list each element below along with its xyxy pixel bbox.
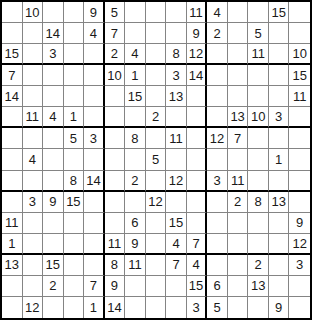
cell-r7c12[interactable]: 7 — [228, 128, 249, 149]
cell-r6c10[interactable] — [187, 107, 208, 128]
cell-r7c15[interactable] — [289, 128, 310, 149]
cell-r5c8[interactable] — [146, 86, 167, 107]
cell-r9c10[interactable] — [187, 171, 208, 192]
cell-r4c12[interactable] — [228, 65, 249, 86]
cell-r12c9[interactable]: 4 — [166, 234, 187, 255]
cell-r3c4[interactable] — [64, 44, 85, 65]
cell-r5c14[interactable] — [269, 86, 290, 107]
cell-r15c13[interactable] — [248, 297, 269, 318]
cell-r3c5[interactable] — [84, 44, 105, 65]
cell-r15c12[interactable] — [228, 297, 249, 318]
cell-r14c15[interactable] — [289, 276, 310, 297]
cell-r9c12[interactable]: 11 — [228, 171, 249, 192]
cell-r11c14[interactable] — [269, 213, 290, 234]
cell-r6c8[interactable]: 2 — [146, 107, 167, 128]
cell-r2c9[interactable] — [166, 23, 187, 44]
cell-r14c5[interactable]: 7 — [84, 276, 105, 297]
cell-r1c9[interactable] — [166, 2, 187, 23]
cell-r1c7[interactable] — [125, 2, 146, 23]
cell-r9c2[interactable] — [23, 171, 44, 192]
cell-r2c4[interactable] — [64, 23, 85, 44]
cell-r3c13[interactable]: 11 — [248, 44, 269, 65]
cell-r11c4[interactable] — [64, 213, 85, 234]
cell-r6c12[interactable]: 13 — [228, 107, 249, 128]
cell-r5c10[interactable] — [187, 86, 208, 107]
cell-r8c11[interactable] — [207, 149, 228, 170]
cell-r12c5[interactable] — [84, 234, 105, 255]
cell-r9c3[interactable] — [43, 171, 64, 192]
cell-r3c8[interactable] — [146, 44, 167, 65]
cell-r8c12[interactable] — [228, 149, 249, 170]
cell-r1c15[interactable] — [289, 2, 310, 23]
cell-r14c4[interactable] — [64, 276, 85, 297]
cell-r12c13[interactable] — [248, 234, 269, 255]
cell-r15c15[interactable] — [289, 297, 310, 318]
cell-r7c6[interactable] — [105, 128, 126, 149]
cell-r10c14[interactable]: 13 — [269, 192, 290, 213]
cell-r10c9[interactable] — [166, 192, 187, 213]
cell-r7c7[interactable]: 8 — [125, 128, 146, 149]
cell-r5c5[interactable] — [84, 86, 105, 107]
cell-r2c8[interactable] — [146, 23, 167, 44]
cell-r8c2[interactable]: 4 — [23, 149, 44, 170]
cell-r5c15[interactable]: 11 — [289, 86, 310, 107]
cell-r13c15[interactable]: 3 — [289, 255, 310, 276]
cell-r4c8[interactable] — [146, 65, 167, 86]
cell-r7c11[interactable]: 12 — [207, 128, 228, 149]
cell-r7c3[interactable] — [43, 128, 64, 149]
cell-r10c4[interactable]: 15 — [64, 192, 85, 213]
cell-r1c5[interactable]: 9 — [84, 2, 105, 23]
cell-r2c11[interactable]: 2 — [207, 23, 228, 44]
cell-r1c3[interactable] — [43, 2, 64, 23]
cell-r6c9[interactable] — [166, 107, 187, 128]
sudoku-board: 1095114151447925153248121110710131415141… — [0, 0, 312, 320]
cell-r15c11[interactable]: 5 — [207, 297, 228, 318]
cell-r3c7[interactable]: 4 — [125, 44, 146, 65]
cell-r8c5[interactable] — [84, 149, 105, 170]
cell-r2c6[interactable]: 7 — [105, 23, 126, 44]
cell-r3c11[interactable] — [207, 44, 228, 65]
cell-r1c13[interactable] — [248, 2, 269, 23]
cell-r7c13[interactable] — [248, 128, 269, 149]
cell-r15c7[interactable] — [125, 297, 146, 318]
cell-r10c3[interactable]: 9 — [43, 192, 64, 213]
cell-r12c3[interactable] — [43, 234, 64, 255]
cell-r8c7[interactable] — [125, 149, 146, 170]
cell-r2c14[interactable] — [269, 23, 290, 44]
cell-r10c12[interactable]: 2 — [228, 192, 249, 213]
cell-r4c3[interactable] — [43, 65, 64, 86]
cell-r7c2[interactable] — [23, 128, 44, 149]
cell-r5c6[interactable] — [105, 86, 126, 107]
cell-r13c11[interactable] — [207, 255, 228, 276]
cell-r12c1[interactable]: 1 — [2, 234, 23, 255]
cell-r11c13[interactable] — [248, 213, 269, 234]
cell-r15c3[interactable] — [43, 297, 64, 318]
cell-r13c8[interactable] — [146, 255, 167, 276]
cell-r14c7[interactable] — [125, 276, 146, 297]
cell-r12c14[interactable] — [269, 234, 290, 255]
cell-r2c5[interactable]: 4 — [84, 23, 105, 44]
cell-r7c10[interactable] — [187, 128, 208, 149]
cell-r4c9[interactable]: 3 — [166, 65, 187, 86]
cell-r12c2[interactable] — [23, 234, 44, 255]
cell-r3c2[interactable] — [23, 44, 44, 65]
cell-r13c6[interactable]: 8 — [105, 255, 126, 276]
cell-r13c14[interactable] — [269, 255, 290, 276]
cell-r4c11[interactable] — [207, 65, 228, 86]
cell-r15c10[interactable]: 3 — [187, 297, 208, 318]
cell-r8c13[interactable] — [248, 149, 269, 170]
cell-r12c8[interactable] — [146, 234, 167, 255]
cell-r11c6[interactable] — [105, 213, 126, 234]
cell-r12c7[interactable]: 9 — [125, 234, 146, 255]
cell-r11c10[interactable] — [187, 213, 208, 234]
cell-r7c9[interactable]: 11 — [166, 128, 187, 149]
cell-r7c4[interactable]: 5 — [64, 128, 85, 149]
cell-r9c6[interactable] — [105, 171, 126, 192]
cell-r11c5[interactable] — [84, 213, 105, 234]
cell-r7c14[interactable] — [269, 128, 290, 149]
cell-r10c15[interactable] — [289, 192, 310, 213]
cell-r5c7[interactable]: 15 — [125, 86, 146, 107]
cell-r13c1[interactable]: 13 — [2, 255, 23, 276]
cell-r8c14[interactable]: 1 — [269, 149, 290, 170]
cell-r10c1[interactable] — [2, 192, 23, 213]
cell-r1c8[interactable] — [146, 2, 167, 23]
cell-r4c1[interactable]: 7 — [2, 65, 23, 86]
cell-r4c4[interactable] — [64, 65, 85, 86]
cell-r15c6[interactable]: 14 — [105, 297, 126, 318]
cell-r6c5[interactable] — [84, 107, 105, 128]
cell-r9c4[interactable]: 8 — [64, 171, 85, 192]
cell-r9c9[interactable]: 12 — [166, 171, 187, 192]
cell-r13c7[interactable]: 11 — [125, 255, 146, 276]
cell-r1c6[interactable]: 5 — [105, 2, 126, 23]
cell-r14c13[interactable]: 13 — [248, 276, 269, 297]
cell-r9c8[interactable] — [146, 171, 167, 192]
cell-r15c8[interactable] — [146, 297, 167, 318]
cell-r14c9[interactable] — [166, 276, 187, 297]
cell-r14c2[interactable] — [23, 276, 44, 297]
cell-r3c6[interactable]: 2 — [105, 44, 126, 65]
cell-r1c14[interactable]: 15 — [269, 2, 290, 23]
cell-r3c15[interactable]: 10 — [289, 44, 310, 65]
cell-r11c12[interactable] — [228, 213, 249, 234]
cell-r8c9[interactable] — [166, 149, 187, 170]
cell-r13c4[interactable] — [64, 255, 85, 276]
cell-r10c10[interactable] — [187, 192, 208, 213]
cell-r1c10[interactable]: 11 — [187, 2, 208, 23]
cell-r13c12[interactable] — [228, 255, 249, 276]
cell-r13c10[interactable]: 4 — [187, 255, 208, 276]
cell-r13c5[interactable] — [84, 255, 105, 276]
cell-r12c10[interactable]: 7 — [187, 234, 208, 255]
cell-r3c10[interactable]: 12 — [187, 44, 208, 65]
cell-r10c8[interactable]: 12 — [146, 192, 167, 213]
cell-r1c2[interactable]: 10 — [23, 2, 44, 23]
cell-r8c6[interactable] — [105, 149, 126, 170]
cell-r8c15[interactable] — [289, 149, 310, 170]
cell-r9c11[interactable]: 3 — [207, 171, 228, 192]
cell-r13c2[interactable] — [23, 255, 44, 276]
cell-r15c2[interactable]: 12 — [23, 297, 44, 318]
cell-r4c13[interactable] — [248, 65, 269, 86]
cell-r9c15[interactable] — [289, 171, 310, 192]
cell-r1c11[interactable]: 4 — [207, 2, 228, 23]
cell-r4c7[interactable]: 1 — [125, 65, 146, 86]
cell-r5c11[interactable] — [207, 86, 228, 107]
cell-r12c15[interactable]: 12 — [289, 234, 310, 255]
cell-r2c7[interactable] — [125, 23, 146, 44]
cell-r11c9[interactable]: 15 — [166, 213, 187, 234]
cell-r1c4[interactable] — [64, 2, 85, 23]
cell-r4c5[interactable] — [84, 65, 105, 86]
cell-r4c14[interactable] — [269, 65, 290, 86]
cell-r14c3[interactable]: 2 — [43, 276, 64, 297]
cell-r4c6[interactable]: 10 — [105, 65, 126, 86]
cell-r6c15[interactable] — [289, 107, 310, 128]
cell-r3c14[interactable] — [269, 44, 290, 65]
cell-r2c10[interactable]: 9 — [187, 23, 208, 44]
cell-r8c3[interactable] — [43, 149, 64, 170]
sudoku-puzzle: 1095114151447925153248121110710131415141… — [0, 0, 312, 320]
cell-r9c14[interactable] — [269, 171, 290, 192]
cell-r9c5[interactable]: 14 — [84, 171, 105, 192]
cell-r6c3[interactable]: 4 — [43, 107, 64, 128]
cell-r9c7[interactable]: 2 — [125, 171, 146, 192]
cell-r4c10[interactable]: 14 — [187, 65, 208, 86]
cell-r14c11[interactable]: 6 — [207, 276, 228, 297]
cell-r3c9[interactable]: 8 — [166, 44, 187, 65]
cell-r8c8[interactable]: 5 — [146, 149, 167, 170]
cell-r15c4[interactable] — [64, 297, 85, 318]
cell-r10c13[interactable]: 8 — [248, 192, 269, 213]
cell-r5c3[interactable] — [43, 86, 64, 107]
cell-r10c11[interactable] — [207, 192, 228, 213]
cell-r3c12[interactable] — [228, 44, 249, 65]
cell-r8c10[interactable] — [187, 149, 208, 170]
cell-r15c9[interactable] — [166, 297, 187, 318]
cell-r13c3[interactable]: 15 — [43, 255, 64, 276]
cell-r11c2[interactable] — [23, 213, 44, 234]
cell-r11c11[interactable] — [207, 213, 228, 234]
cell-r5c4[interactable] — [64, 86, 85, 107]
cell-r1c12[interactable] — [228, 2, 249, 23]
cell-r13c13[interactable]: 2 — [248, 255, 269, 276]
cell-r7c1[interactable] — [2, 128, 23, 149]
cell-r12c6[interactable]: 11 — [105, 234, 126, 255]
cell-r10c5[interactable] — [84, 192, 105, 213]
cell-r14c14[interactable] — [269, 276, 290, 297]
cell-r6c14[interactable]: 3 — [269, 107, 290, 128]
cell-r5c13[interactable] — [248, 86, 269, 107]
cell-r9c13[interactable] — [248, 171, 269, 192]
cell-r10c7[interactable] — [125, 192, 146, 213]
cell-r2c13[interactable]: 5 — [248, 23, 269, 44]
cell-r2c15[interactable] — [289, 23, 310, 44]
cell-r6c6[interactable] — [105, 107, 126, 128]
cell-r6c11[interactable] — [207, 107, 228, 128]
cell-r2c2[interactable] — [23, 23, 44, 44]
cell-r2c3[interactable]: 14 — [43, 23, 64, 44]
cell-r8c1[interactable] — [2, 149, 23, 170]
cell-r2c12[interactable] — [228, 23, 249, 44]
cell-r11c1[interactable]: 11 — [2, 213, 23, 234]
cell-r4c15[interactable]: 15 — [289, 65, 310, 86]
cell-r6c2[interactable]: 11 — [23, 107, 44, 128]
cell-r9c1[interactable] — [2, 171, 23, 192]
cell-r12c12[interactable] — [228, 234, 249, 255]
cell-r14c6[interactable]: 9 — [105, 276, 126, 297]
cell-r11c15[interactable]: 9 — [289, 213, 310, 234]
cell-r4c2[interactable] — [23, 65, 44, 86]
cell-r5c2[interactable] — [23, 86, 44, 107]
cell-r15c14[interactable]: 9 — [269, 297, 290, 318]
cell-r3c3[interactable]: 3 — [43, 44, 64, 65]
cell-r12c4[interactable] — [64, 234, 85, 255]
cell-r11c8[interactable] — [146, 213, 167, 234]
cell-r10c2[interactable]: 3 — [23, 192, 44, 213]
cell-r14c8[interactable] — [146, 276, 167, 297]
cell-r12c11[interactable] — [207, 234, 228, 255]
cell-r5c12[interactable] — [228, 86, 249, 107]
cell-r14c10[interactable]: 15 — [187, 276, 208, 297]
cell-r14c12[interactable] — [228, 276, 249, 297]
cell-r7c5[interactable]: 3 — [84, 128, 105, 149]
cell-r6c7[interactable] — [125, 107, 146, 128]
cell-r6c1[interactable] — [2, 107, 23, 128]
cell-r5c1[interactable]: 14 — [2, 86, 23, 107]
cell-r15c5[interactable]: 1 — [84, 297, 105, 318]
cell-r5c9[interactable]: 13 — [166, 86, 187, 107]
cell-r2c1[interactable] — [2, 23, 23, 44]
cell-r14c1[interactable] — [2, 276, 23, 297]
cell-r8c4[interactable] — [64, 149, 85, 170]
cell-r11c3[interactable] — [43, 213, 64, 234]
cell-r6c4[interactable]: 1 — [64, 107, 85, 128]
cell-r6c13[interactable]: 10 — [248, 107, 269, 128]
cell-r3c1[interactable]: 15 — [2, 44, 23, 65]
cell-r10c6[interactable] — [105, 192, 126, 213]
cell-r13c9[interactable]: 7 — [166, 255, 187, 276]
cell-r11c7[interactable]: 6 — [125, 213, 146, 234]
cell-r1c1[interactable] — [2, 2, 23, 23]
cell-r15c1[interactable] — [2, 297, 23, 318]
cell-r7c8[interactable] — [146, 128, 167, 149]
